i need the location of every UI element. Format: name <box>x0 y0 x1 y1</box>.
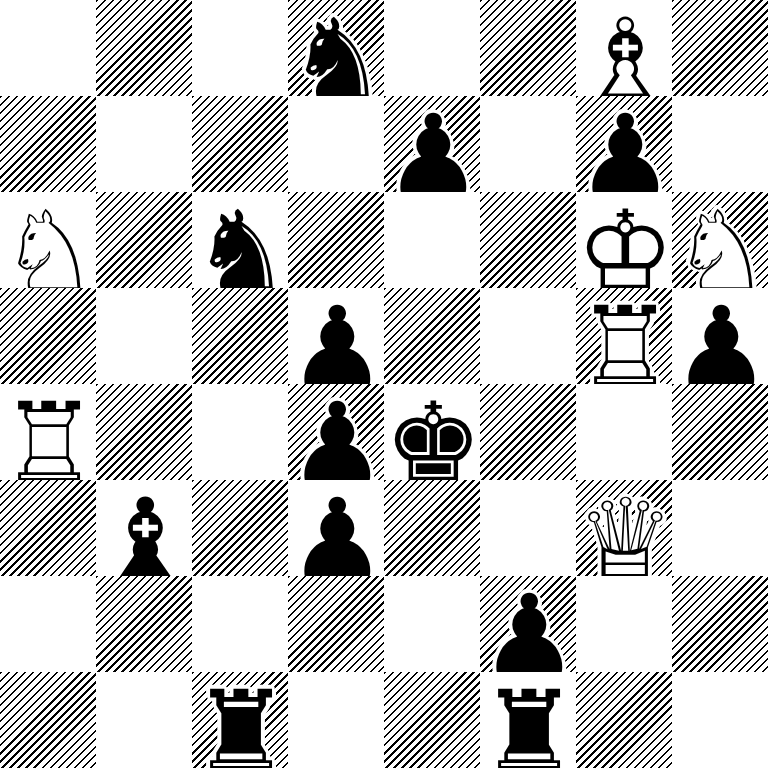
square-a6[interactable]: ♞♘ <box>0 192 96 288</box>
black-pawn-piece: ♟ <box>672 288 768 384</box>
square-b5[interactable] <box>96 288 192 384</box>
black-rook-piece: ♜ <box>192 672 288 768</box>
black-pawn-piece: ♟ <box>480 576 576 672</box>
black-rook-piece: ♜ <box>480 672 576 768</box>
square-d6[interactable] <box>288 192 384 288</box>
square-c5[interactable] <box>192 288 288 384</box>
square-a4[interactable]: ♜♖ <box>0 384 96 480</box>
square-c3[interactable] <box>192 480 288 576</box>
square-e7[interactable]: ♟ <box>384 96 480 192</box>
square-b4[interactable] <box>96 384 192 480</box>
square-e3[interactable] <box>384 480 480 576</box>
square-c6[interactable]: ♞ <box>192 192 288 288</box>
square-g4[interactable] <box>576 384 672 480</box>
square-a1[interactable] <box>0 672 96 768</box>
square-a3[interactable] <box>0 480 96 576</box>
square-g5[interactable]: ♜♖ <box>576 288 672 384</box>
black-bishop-piece: ♝ <box>96 480 192 576</box>
square-d8[interactable]: ♞ <box>288 0 384 96</box>
square-h1[interactable] <box>672 672 768 768</box>
square-h4[interactable] <box>672 384 768 480</box>
square-e6[interactable] <box>384 192 480 288</box>
black-pawn-piece: ♟ <box>576 96 672 192</box>
square-h5[interactable]: ♟ <box>672 288 768 384</box>
black-pawn-piece: ♟ <box>288 384 384 480</box>
square-g6[interactable]: ♚♔ <box>576 192 672 288</box>
square-c8[interactable] <box>192 0 288 96</box>
square-c4[interactable] <box>192 384 288 480</box>
square-b8[interactable] <box>96 0 192 96</box>
square-e5[interactable] <box>384 288 480 384</box>
square-c2[interactable] <box>192 576 288 672</box>
square-d3[interactable]: ♟ <box>288 480 384 576</box>
white-bishop-piece: ♝♗ <box>576 0 672 96</box>
white-king-piece: ♚♔ <box>576 192 672 288</box>
square-h2[interactable] <box>672 576 768 672</box>
square-f6[interactable] <box>480 192 576 288</box>
square-f8[interactable] <box>480 0 576 96</box>
square-a5[interactable] <box>0 288 96 384</box>
square-d4[interactable]: ♟ <box>288 384 384 480</box>
square-c1[interactable]: ♜ <box>192 672 288 768</box>
black-knight-piece: ♞ <box>192 192 288 288</box>
square-h7[interactable] <box>672 96 768 192</box>
square-e2[interactable] <box>384 576 480 672</box>
white-rook-piece: ♜♖ <box>0 384 96 480</box>
square-b3[interactable]: ♝ <box>96 480 192 576</box>
square-f2[interactable]: ♟ <box>480 576 576 672</box>
square-h6[interactable]: ♞♘ <box>672 192 768 288</box>
black-pawn-piece: ♟ <box>384 96 480 192</box>
black-king-piece: ♚ <box>384 384 480 480</box>
white-knight-piece: ♞♘ <box>672 192 768 288</box>
square-a8[interactable] <box>0 0 96 96</box>
square-d5[interactable]: ♟ <box>288 288 384 384</box>
square-e1[interactable] <box>384 672 480 768</box>
white-rook-piece: ♜♖ <box>576 288 672 384</box>
square-b1[interactable] <box>96 672 192 768</box>
square-h3[interactable] <box>672 480 768 576</box>
square-b2[interactable] <box>96 576 192 672</box>
square-c7[interactable] <box>192 96 288 192</box>
white-queen-piece: ♛♕ <box>576 480 672 576</box>
square-g2[interactable] <box>576 576 672 672</box>
square-f1[interactable]: ♜ <box>480 672 576 768</box>
square-d7[interactable] <box>288 96 384 192</box>
square-h8[interactable] <box>672 0 768 96</box>
square-d2[interactable] <box>288 576 384 672</box>
square-b7[interactable] <box>96 96 192 192</box>
white-knight-piece: ♞♘ <box>0 192 96 288</box>
square-e8[interactable] <box>384 0 480 96</box>
square-f4[interactable] <box>480 384 576 480</box>
square-d1[interactable] <box>288 672 384 768</box>
square-b6[interactable] <box>96 192 192 288</box>
black-knight-piece: ♞ <box>288 0 384 96</box>
square-g3[interactable]: ♛♕ <box>576 480 672 576</box>
square-e4[interactable]: ♚ <box>384 384 480 480</box>
square-f5[interactable] <box>480 288 576 384</box>
square-g1[interactable] <box>576 672 672 768</box>
black-pawn-piece: ♟ <box>288 288 384 384</box>
black-rook-glyph: ♜ <box>192 676 291 768</box>
square-g7[interactable]: ♟ <box>576 96 672 192</box>
square-a7[interactable] <box>0 96 96 192</box>
square-f3[interactable] <box>480 480 576 576</box>
square-g8[interactable]: ♝♗ <box>576 0 672 96</box>
square-f7[interactable] <box>480 96 576 192</box>
chess-board: ♞♝♗♟♟♞♘♞♚♔♞♘♟♜♖♟♜♖♟♚♝♟♛♕♟♜♜ <box>0 0 768 768</box>
black-rook-glyph: ♜ <box>480 676 579 768</box>
square-a2[interactable] <box>0 576 96 672</box>
black-pawn-piece: ♟ <box>288 480 384 576</box>
